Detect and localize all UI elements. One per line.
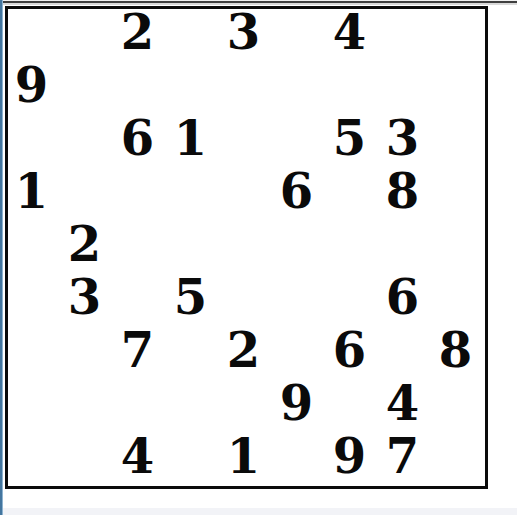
sudoku-cell[interactable] [432,221,485,276]
sudoku-given-digit: 1 [15,167,48,215]
sudoku-cell[interactable] [432,433,485,486]
sudoku-given-digit: 2 [121,8,154,56]
sudoku-cell[interactable]: 2 [220,327,275,382]
sudoku-cell[interactable] [220,115,275,171]
sudoku-given-digit: 7 [386,432,419,480]
window-strip-bottom [0,508,517,515]
sudoku-cell[interactable] [220,168,275,223]
sudoku-cell[interactable]: 7 [379,433,434,486]
sudoku-given-digit: 2 [227,326,260,374]
sudoku-cell[interactable] [167,327,222,382]
sudoku-cell[interactable] [8,274,63,330]
sudoku-given-digit: 6 [280,167,313,215]
sudoku-cell[interactable] [273,9,329,64]
sudoku-cell[interactable]: 5 [167,274,222,330]
sudoku-cell[interactable] [432,380,485,435]
sudoku-cell[interactable] [432,115,485,171]
sudoku-cell[interactable] [167,380,222,435]
sudoku-cell[interactable] [8,221,63,276]
sudoku-cell[interactable] [114,168,170,223]
sudoku-cell[interactable]: 8 [432,327,485,382]
sudoku-given-digit: 4 [121,432,154,480]
sudoku-cell[interactable] [8,433,63,486]
sudoku-cell[interactable] [326,221,381,276]
sudoku-cell[interactable] [432,9,485,64]
sudoku-given-digit: 3 [227,8,260,56]
sudoku-cell[interactable] [8,327,63,382]
sudoku-given-digit: 2 [68,220,101,268]
sudoku-cell[interactable] [167,168,222,223]
sudoku-cell[interactable]: 4 [114,433,170,486]
sudoku-cell[interactable] [61,327,116,382]
sudoku-cell[interactable] [61,9,116,64]
sudoku-cell[interactable] [432,168,485,223]
sudoku-cell[interactable]: 6 [326,327,381,382]
sudoku-given-digit: 5 [333,114,366,162]
sudoku-cell[interactable]: 6 [379,274,434,330]
sudoku-cell[interactable]: 6 [114,115,170,171]
sudoku-cell[interactable] [61,115,116,171]
sudoku-cell[interactable] [167,433,222,486]
window-edge-top [0,0,517,5]
sudoku-cell[interactable] [273,433,329,486]
sudoku-given-digit: 4 [333,8,366,56]
sudoku-cell[interactable] [273,62,329,117]
sudoku-cell[interactable] [220,62,275,117]
sudoku-given-digit: 6 [333,326,366,374]
sudoku-board: 2349615316823567268944197 [5,6,488,489]
sudoku-given-digit: 7 [121,326,154,374]
sudoku-cell[interactable]: 4 [326,9,381,64]
sudoku-given-digit: 6 [121,114,154,162]
sudoku-cell[interactable]: 3 [61,274,116,330]
sudoku-given-digit: 3 [386,114,419,162]
window-edge-left [0,0,3,515]
sudoku-cell[interactable]: 6 [273,168,329,223]
sudoku-cell[interactable]: 9 [8,62,63,117]
sudoku-cell[interactable]: 1 [8,168,63,223]
sudoku-given-digit: 6 [386,273,419,321]
sudoku-given-digit: 9 [15,61,48,109]
sudoku-cell[interactable] [379,9,434,64]
sudoku-cell[interactable] [326,168,381,223]
sudoku-cell[interactable]: 2 [114,9,170,64]
sudoku-given-digit: 4 [386,379,419,427]
sudoku-cell[interactable]: 8 [379,168,434,223]
sudoku-cell[interactable] [273,274,329,330]
sudoku-cell[interactable]: 1 [167,115,222,171]
sudoku-cell[interactable] [273,221,329,276]
sudoku-given-digit: 3 [68,273,101,321]
sudoku-cell[interactable]: 5 [326,115,381,171]
sudoku-cell[interactable] [61,433,116,486]
sudoku-cell[interactable] [61,380,116,435]
sudoku-cell[interactable]: 3 [220,9,275,64]
sudoku-cell[interactable]: 9 [326,433,381,486]
sudoku-given-digit: 8 [439,326,472,374]
sudoku-cell[interactable] [8,380,63,435]
sudoku-cell[interactable] [220,221,275,276]
sudoku-given-digit: 1 [174,114,207,162]
sudoku-cell[interactable]: 1 [220,433,275,486]
sudoku-cell[interactable]: 7 [114,327,170,382]
sudoku-cell[interactable] [432,62,485,117]
sudoku-cell[interactable] [167,9,222,64]
sudoku-cell[interactable]: 9 [273,380,329,435]
sudoku-cell[interactable] [114,221,170,276]
sudoku-given-digit: 9 [280,379,313,427]
sudoku-given-digit: 5 [174,273,207,321]
sudoku-given-digit: 8 [386,167,419,215]
sudoku-cell[interactable] [61,62,116,117]
sudoku-given-digit: 1 [227,432,260,480]
sudoku-given-digit: 9 [333,432,366,480]
